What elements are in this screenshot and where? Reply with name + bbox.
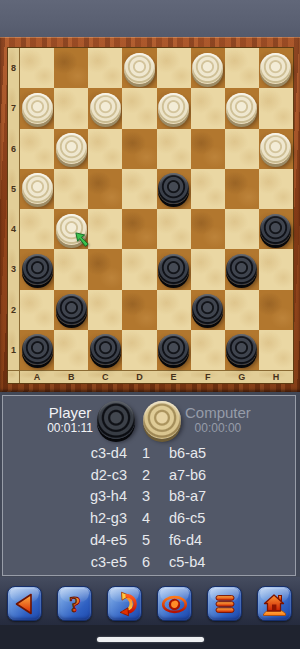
square-c3[interactable] — [88, 249, 122, 289]
file-label-B: B — [54, 370, 88, 383]
white-man-h6[interactable] — [260, 133, 291, 164]
computer-piece-avatar — [143, 401, 181, 439]
square-e5[interactable] — [157, 169, 191, 209]
square-b7[interactable] — [54, 88, 88, 128]
black-man-g1[interactable] — [226, 334, 257, 365]
square-g8[interactable] — [225, 48, 259, 88]
square-c8[interactable] — [88, 48, 122, 88]
svg-text:?: ? — [69, 591, 81, 617]
white-man-a5[interactable] — [22, 173, 53, 204]
square-e2[interactable] — [157, 290, 191, 330]
file-label-C: C — [88, 370, 122, 383]
square-a2[interactable] — [20, 290, 54, 330]
square-f5[interactable] — [191, 169, 225, 209]
square-d4[interactable] — [122, 209, 156, 249]
move-number-4: 4 — [129, 510, 163, 526]
square-d5[interactable] — [122, 169, 156, 209]
black-man-e5[interactable] — [158, 173, 189, 204]
bottom-strip — [0, 625, 300, 649]
rank-label-3: 3 — [8, 249, 20, 289]
square-b2[interactable] — [54, 290, 88, 330]
file-label-E: E — [157, 370, 191, 383]
file-label-H: H — [259, 370, 293, 383]
rank-label-4: 4 — [8, 209, 20, 249]
app-screen: 87654321ABCDEFGH Player 00:01:11 Compute… — [0, 0, 300, 649]
hint-button[interactable]: ? — [57, 586, 92, 621]
square-c7[interactable] — [88, 88, 122, 128]
move-player-5: d4-e5 — [67, 532, 129, 548]
white-man-a7[interactable] — [22, 93, 53, 124]
toolbar: ? — [0, 577, 300, 625]
question-mark-icon: ? — [62, 591, 88, 617]
move-list[interactable]: c3-d41b6-a5d2-c32a7-b6g3-h43b8-a7h2-g34d… — [0, 442, 292, 573]
black-man-a3[interactable] — [22, 254, 53, 285]
move-computer-1: b6-a5 — [163, 445, 225, 461]
home-icon — [261, 591, 288, 617]
black-man-g3[interactable] — [226, 254, 257, 285]
square-d8[interactable] — [122, 48, 156, 88]
menu-bars-icon — [212, 591, 238, 617]
square-h5[interactable] — [259, 169, 293, 209]
square-g7[interactable] — [225, 88, 259, 128]
eye-icon — [161, 591, 188, 617]
black-man-h4[interactable] — [260, 214, 291, 245]
rank-label-6: 6 — [8, 129, 20, 169]
back-button[interactable] — [7, 586, 42, 621]
computer-block: Computer 00:00:00 — [185, 405, 251, 436]
square-d6[interactable] — [122, 129, 156, 169]
square-h3[interactable] — [259, 249, 293, 289]
player-name: Player — [49, 405, 92, 422]
square-f2[interactable] — [191, 290, 225, 330]
square-a6[interactable] — [20, 129, 54, 169]
square-h8[interactable] — [259, 48, 293, 88]
move-computer-5: f6-d4 — [163, 532, 225, 548]
move-computer-2: a7-b6 — [163, 467, 225, 483]
computer-clock: 00:00:00 — [195, 422, 242, 435]
rank-label-5: 5 — [8, 169, 20, 209]
white-man-f8[interactable] — [192, 53, 223, 84]
black-man-c1[interactable] — [90, 334, 121, 365]
square-e3[interactable] — [157, 249, 191, 289]
square-b3[interactable] — [54, 249, 88, 289]
square-f3[interactable] — [191, 249, 225, 289]
square-h2[interactable] — [259, 290, 293, 330]
move-player-4: h2-g3 — [67, 510, 129, 526]
square-b1[interactable] — [54, 330, 88, 370]
square-a3[interactable] — [20, 249, 54, 289]
square-c5[interactable] — [88, 169, 122, 209]
move-player-3: g3-h4 — [67, 488, 129, 504]
move-number-5: 5 — [129, 532, 163, 548]
square-b6[interactable] — [54, 129, 88, 169]
review-button[interactable] — [157, 586, 192, 621]
move-computer-6: c5-b4 — [163, 554, 225, 570]
square-e4[interactable] — [157, 209, 191, 249]
black-man-e3[interactable] — [158, 254, 189, 285]
black-man-f2[interactable] — [192, 294, 223, 325]
circular-arrows-icon — [112, 591, 138, 617]
square-g6[interactable] — [225, 129, 259, 169]
move-number-6: 6 — [129, 554, 163, 570]
checkers-board: 87654321ABCDEFGH — [8, 48, 293, 383]
black-man-a1[interactable] — [22, 334, 53, 365]
square-c2[interactable] — [88, 290, 122, 330]
square-g1[interactable] — [225, 330, 259, 370]
white-man-e7[interactable] — [158, 93, 189, 124]
square-d1[interactable] — [122, 330, 156, 370]
move-number-1: 1 — [129, 445, 163, 461]
square-e6[interactable] — [157, 129, 191, 169]
file-label-F: F — [191, 370, 225, 383]
white-man-d8[interactable] — [124, 53, 155, 84]
player-block: Player 00:01:11 — [47, 405, 93, 436]
square-h1[interactable] — [259, 330, 293, 370]
square-g3[interactable] — [225, 249, 259, 289]
board-frame: 87654321ABCDEFGH — [0, 37, 300, 392]
white-man-h8[interactable] — [260, 53, 291, 84]
square-a4[interactable] — [20, 209, 54, 249]
square-h6[interactable] — [259, 129, 293, 169]
board-corner — [8, 370, 20, 383]
square-a1[interactable] — [20, 330, 54, 370]
square-f7[interactable] — [191, 88, 225, 128]
square-f1[interactable] — [191, 330, 225, 370]
player-piece-avatar — [97, 401, 135, 439]
square-b8[interactable] — [54, 48, 88, 88]
square-d2[interactable] — [122, 290, 156, 330]
move-number-3: 3 — [129, 488, 163, 504]
square-h4[interactable] — [259, 209, 293, 249]
square-g4[interactable] — [225, 209, 259, 249]
square-f8[interactable] — [191, 48, 225, 88]
file-label-A: A — [20, 370, 54, 383]
white-man-c7[interactable] — [90, 93, 121, 124]
move-number-2: 2 — [129, 467, 163, 483]
move-computer-3: b8-a7 — [163, 488, 225, 504]
info-panel: Player 00:01:11 Computer 00:00:00 c3-d41… — [2, 395, 296, 576]
rank-label-1: 1 — [8, 330, 20, 370]
square-f6[interactable] — [191, 129, 225, 169]
rank-label-8: 8 — [8, 48, 20, 88]
file-label-D: D — [122, 370, 156, 383]
square-d3[interactable] — [122, 249, 156, 289]
restart-button[interactable] — [107, 586, 142, 621]
move-player-1: c3-d4 — [67, 445, 129, 461]
black-man-e1[interactable] — [158, 334, 189, 365]
move-player-2: d2-c3 — [67, 467, 129, 483]
square-c6[interactable] — [88, 129, 122, 169]
black-man-b2[interactable] — [56, 294, 87, 325]
white-man-g7[interactable] — [226, 93, 257, 124]
move-player-6: c3-e5 — [67, 554, 129, 570]
square-c1[interactable] — [88, 330, 122, 370]
menu-button[interactable] — [207, 586, 242, 621]
home-indicator-bar[interactable] — [97, 637, 204, 642]
square-b5[interactable] — [54, 169, 88, 209]
computer-name: Computer — [185, 405, 251, 422]
square-a7[interactable] — [20, 88, 54, 128]
back-arrow-icon — [12, 591, 38, 617]
square-a5[interactable] — [20, 169, 54, 209]
rank-label-7: 7 — [8, 88, 20, 128]
square-b4[interactable] — [54, 209, 88, 249]
white-man-b6[interactable] — [56, 133, 87, 164]
square-h7[interactable] — [259, 88, 293, 128]
square-f4[interactable] — [191, 209, 225, 249]
player-clock: 00:01:11 — [47, 422, 93, 435]
home-button[interactable] — [257, 586, 292, 621]
last-move-arrow-icon — [74, 231, 91, 248]
players-header: Player 00:01:11 Computer 00:00:00 — [3, 396, 295, 440]
square-c4[interactable] — [88, 209, 122, 249]
square-a8[interactable] — [20, 48, 54, 88]
top-background — [0, 0, 300, 37]
square-e1[interactable] — [157, 330, 191, 370]
square-e8[interactable] — [157, 48, 191, 88]
file-label-G: G — [225, 370, 259, 383]
move-computer-4: d6-c5 — [163, 510, 225, 526]
square-d7[interactable] — [122, 88, 156, 128]
square-g2[interactable] — [225, 290, 259, 330]
square-e7[interactable] — [157, 88, 191, 128]
rank-label-2: 2 — [8, 290, 20, 330]
square-g5[interactable] — [225, 169, 259, 209]
